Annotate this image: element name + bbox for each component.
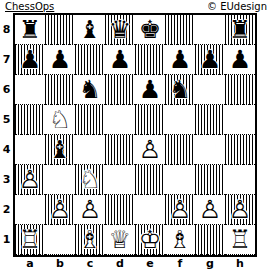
piece-glyph: ♟ — [105, 45, 135, 74]
square-h5[interactable] — [225, 105, 255, 135]
piece-glyph: ♟ — [195, 45, 225, 74]
piece-glyph: ♜ — [15, 15, 45, 44]
square-a1[interactable]: ♜♖ — [15, 225, 45, 255]
square-h6[interactable] — [225, 75, 255, 105]
file-label-e: e — [135, 257, 165, 270]
square-f5[interactable] — [165, 105, 195, 135]
square-g8[interactable] — [195, 15, 225, 45]
white-bishop-c1[interactable]: ♝♗ — [75, 225, 105, 254]
square-a6[interactable] — [15, 75, 45, 105]
square-a4[interactable] — [15, 135, 45, 165]
piece-glyph: ♟ — [45, 45, 75, 74]
file-label-g: g — [195, 257, 225, 270]
piece-glyph: ♜ — [225, 15, 255, 44]
square-c1[interactable]: ♝♗ — [75, 225, 105, 255]
square-d1[interactable]: ♛♕ — [105, 225, 135, 255]
white-rook-h1[interactable]: ♜♖ — [225, 225, 255, 254]
square-h8[interactable]: ♜ — [225, 15, 255, 45]
black-bishop-b4[interactable]: ♝ — [45, 135, 75, 164]
piece-outline: ♕ — [105, 225, 135, 254]
piece-outline: ♙ — [165, 195, 195, 224]
corner-spacer — [0, 257, 13, 270]
board-layout: 87654321 ♜♝♛♚♜♟♟♟♟♟♟♞♟♞♞♘♝♟♙♟♙♞♘♟♙♟♙♟♙♟♙… — [0, 13, 270, 270]
piece-outline: ♘ — [75, 165, 105, 194]
white-knight-b5[interactable]: ♞♘ — [45, 105, 75, 134]
square-g5[interactable] — [195, 105, 225, 135]
square-a3[interactable]: ♟♙ — [15, 165, 45, 195]
piece-glyph: ♝ — [45, 135, 75, 164]
square-b6[interactable] — [45, 75, 75, 105]
piece-outline: ♙ — [225, 195, 255, 224]
file-label-f: f — [165, 257, 195, 270]
file-label-h: h — [225, 257, 255, 270]
white-knight-c3[interactable]: ♞♘ — [75, 165, 105, 194]
rank-label-1: 1 — [0, 225, 13, 255]
black-pawn-d7[interactable]: ♟ — [105, 45, 135, 74]
square-b8[interactable] — [45, 15, 75, 45]
piece-outline: ♙ — [45, 195, 75, 224]
file-label-b: b — [45, 257, 75, 270]
piece-glyph: ♝ — [75, 15, 105, 44]
piece-glyph: ♟ — [135, 75, 165, 104]
square-b5[interactable]: ♞♘ — [45, 105, 75, 135]
chess-board: ♜♝♛♚♜♟♟♟♟♟♟♞♟♞♞♘♝♟♙♟♙♞♘♟♙♟♙♟♙♟♙♟♙♜♖♝♗♛♕♚… — [13, 13, 257, 257]
white-bishop-f1[interactable]: ♝♗ — [165, 225, 195, 254]
white-pawn-g2[interactable]: ♟♙ — [195, 195, 225, 224]
piece-outline: ♔ — [135, 225, 165, 254]
rank-label-7: 7 — [0, 45, 13, 75]
piece-glyph: ♞ — [75, 75, 105, 104]
square-e8[interactable]: ♚ — [135, 15, 165, 45]
square-b1[interactable] — [45, 225, 75, 255]
square-f8[interactable] — [165, 15, 195, 45]
black-pawn-b7[interactable]: ♟ — [45, 45, 75, 74]
black-bishop-c8[interactable]: ♝ — [75, 15, 105, 44]
square-e6[interactable]: ♟ — [135, 75, 165, 105]
square-f4[interactable] — [165, 135, 195, 165]
square-e3[interactable] — [135, 165, 165, 195]
file-labels: abcdefgh — [13, 257, 257, 270]
white-queen-d1[interactable]: ♛♕ — [105, 225, 135, 254]
square-e5[interactable] — [135, 105, 165, 135]
square-d8[interactable]: ♛ — [105, 15, 135, 45]
square-f6[interactable]: ♞ — [165, 75, 195, 105]
title-bar: ChessOps © EUdesign — [0, 0, 270, 13]
square-c5[interactable] — [75, 105, 105, 135]
credit-text: © EUdesign — [207, 0, 267, 13]
piece-glyph: ♞ — [165, 75, 195, 104]
square-a7[interactable]: ♟ — [15, 45, 45, 75]
piece-outline: ♘ — [45, 105, 75, 134]
white-pawn-e4[interactable]: ♟♙ — [135, 135, 165, 164]
square-c6[interactable]: ♞ — [75, 75, 105, 105]
square-e4[interactable]: ♟♙ — [135, 135, 165, 165]
square-c4[interactable] — [75, 135, 105, 165]
square-d7[interactable]: ♟ — [105, 45, 135, 75]
square-c3[interactable]: ♞♘ — [75, 165, 105, 195]
square-b3[interactable] — [45, 165, 75, 195]
square-b2[interactable]: ♟♙ — [45, 195, 75, 225]
black-pawn-h7[interactable]: ♟ — [225, 45, 255, 74]
piece-outline: ♗ — [75, 225, 105, 254]
square-h2[interactable]: ♟♙ — [225, 195, 255, 225]
black-pawn-g7[interactable]: ♟ — [195, 45, 225, 74]
white-rook-a1[interactable]: ♜♖ — [15, 225, 45, 254]
square-a8[interactable]: ♜ — [15, 15, 45, 45]
square-c8[interactable]: ♝ — [75, 15, 105, 45]
piece-outline: ♙ — [75, 195, 105, 224]
black-rook-a8[interactable]: ♜ — [15, 15, 45, 44]
square-g1[interactable] — [195, 225, 225, 255]
black-pawn-e6[interactable]: ♟ — [135, 75, 165, 104]
black-rook-h8[interactable]: ♜ — [225, 15, 255, 44]
black-queen-d8[interactable]: ♛ — [105, 15, 135, 44]
square-b7[interactable]: ♟ — [45, 45, 75, 75]
square-h3[interactable] — [225, 165, 255, 195]
white-king-e1[interactable]: ♚♔ — [135, 225, 165, 254]
app-title-link[interactable]: ChessOps — [5, 0, 54, 13]
piece-glyph: ♛ — [105, 15, 135, 44]
piece-outline: ♙ — [15, 165, 45, 194]
square-d5[interactable] — [105, 105, 135, 135]
square-c7[interactable] — [75, 45, 105, 75]
piece-outline: ♖ — [225, 225, 255, 254]
file-label-a: a — [15, 257, 45, 270]
square-g4[interactable] — [195, 135, 225, 165]
rank-labels: 87654321 — [0, 13, 13, 257]
black-pawn-a7[interactable]: ♟ — [15, 45, 45, 74]
square-h1[interactable]: ♜♖ — [225, 225, 255, 255]
rank-label-2: 2 — [0, 195, 13, 225]
square-d6[interactable] — [105, 75, 135, 105]
square-h4[interactable] — [225, 135, 255, 165]
square-f3[interactable] — [165, 165, 195, 195]
square-g7[interactable]: ♟ — [195, 45, 225, 75]
white-pawn-c2[interactable]: ♟♙ — [75, 195, 105, 224]
file-label-d: d — [105, 257, 135, 270]
square-d4[interactable] — [105, 135, 135, 165]
square-f1[interactable]: ♝♗ — [165, 225, 195, 255]
square-e2[interactable] — [135, 195, 165, 225]
square-e7[interactable] — [135, 45, 165, 75]
square-f2[interactable]: ♟♙ — [165, 195, 195, 225]
black-king-e8[interactable]: ♚ — [135, 15, 165, 44]
black-pawn-f7[interactable]: ♟ — [165, 45, 195, 74]
piece-outline: ♖ — [15, 225, 45, 254]
piece-outline: ♗ — [165, 225, 195, 254]
white-pawn-h2[interactable]: ♟♙ — [225, 195, 255, 224]
square-g2[interactable]: ♟♙ — [195, 195, 225, 225]
piece-outline: ♙ — [135, 135, 165, 164]
white-pawn-a3[interactable]: ♟♙ — [15, 165, 45, 194]
black-knight-f6[interactable]: ♞ — [165, 75, 195, 104]
piece-glyph: ♚ — [135, 15, 165, 44]
square-c2[interactable]: ♟♙ — [75, 195, 105, 225]
square-d2[interactable] — [105, 195, 135, 225]
square-b4[interactable]: ♝ — [45, 135, 75, 165]
square-f7[interactable]: ♟ — [165, 45, 195, 75]
square-a2[interactable] — [15, 195, 45, 225]
rank-label-8: 8 — [0, 15, 13, 45]
square-d3[interactable] — [105, 165, 135, 195]
rank-label-4: 4 — [0, 135, 13, 165]
rank-label-6: 6 — [0, 75, 13, 105]
white-pawn-b2[interactable]: ♟♙ — [45, 195, 75, 224]
square-g3[interactable] — [195, 165, 225, 195]
rank-label-5: 5 — [0, 105, 13, 135]
square-h7[interactable]: ♟ — [225, 45, 255, 75]
white-pawn-f2[interactable]: ♟♙ — [165, 195, 195, 224]
black-knight-c6[interactable]: ♞ — [75, 75, 105, 104]
square-g6[interactable] — [195, 75, 225, 105]
square-e1[interactable]: ♚♔ — [135, 225, 165, 255]
square-a5[interactable] — [15, 105, 45, 135]
piece-glyph: ♟ — [225, 45, 255, 74]
file-label-c: c — [75, 257, 105, 270]
piece-glyph: ♟ — [165, 45, 195, 74]
rank-label-3: 3 — [0, 165, 13, 195]
piece-glyph: ♟ — [15, 45, 45, 74]
piece-outline: ♙ — [195, 195, 225, 224]
